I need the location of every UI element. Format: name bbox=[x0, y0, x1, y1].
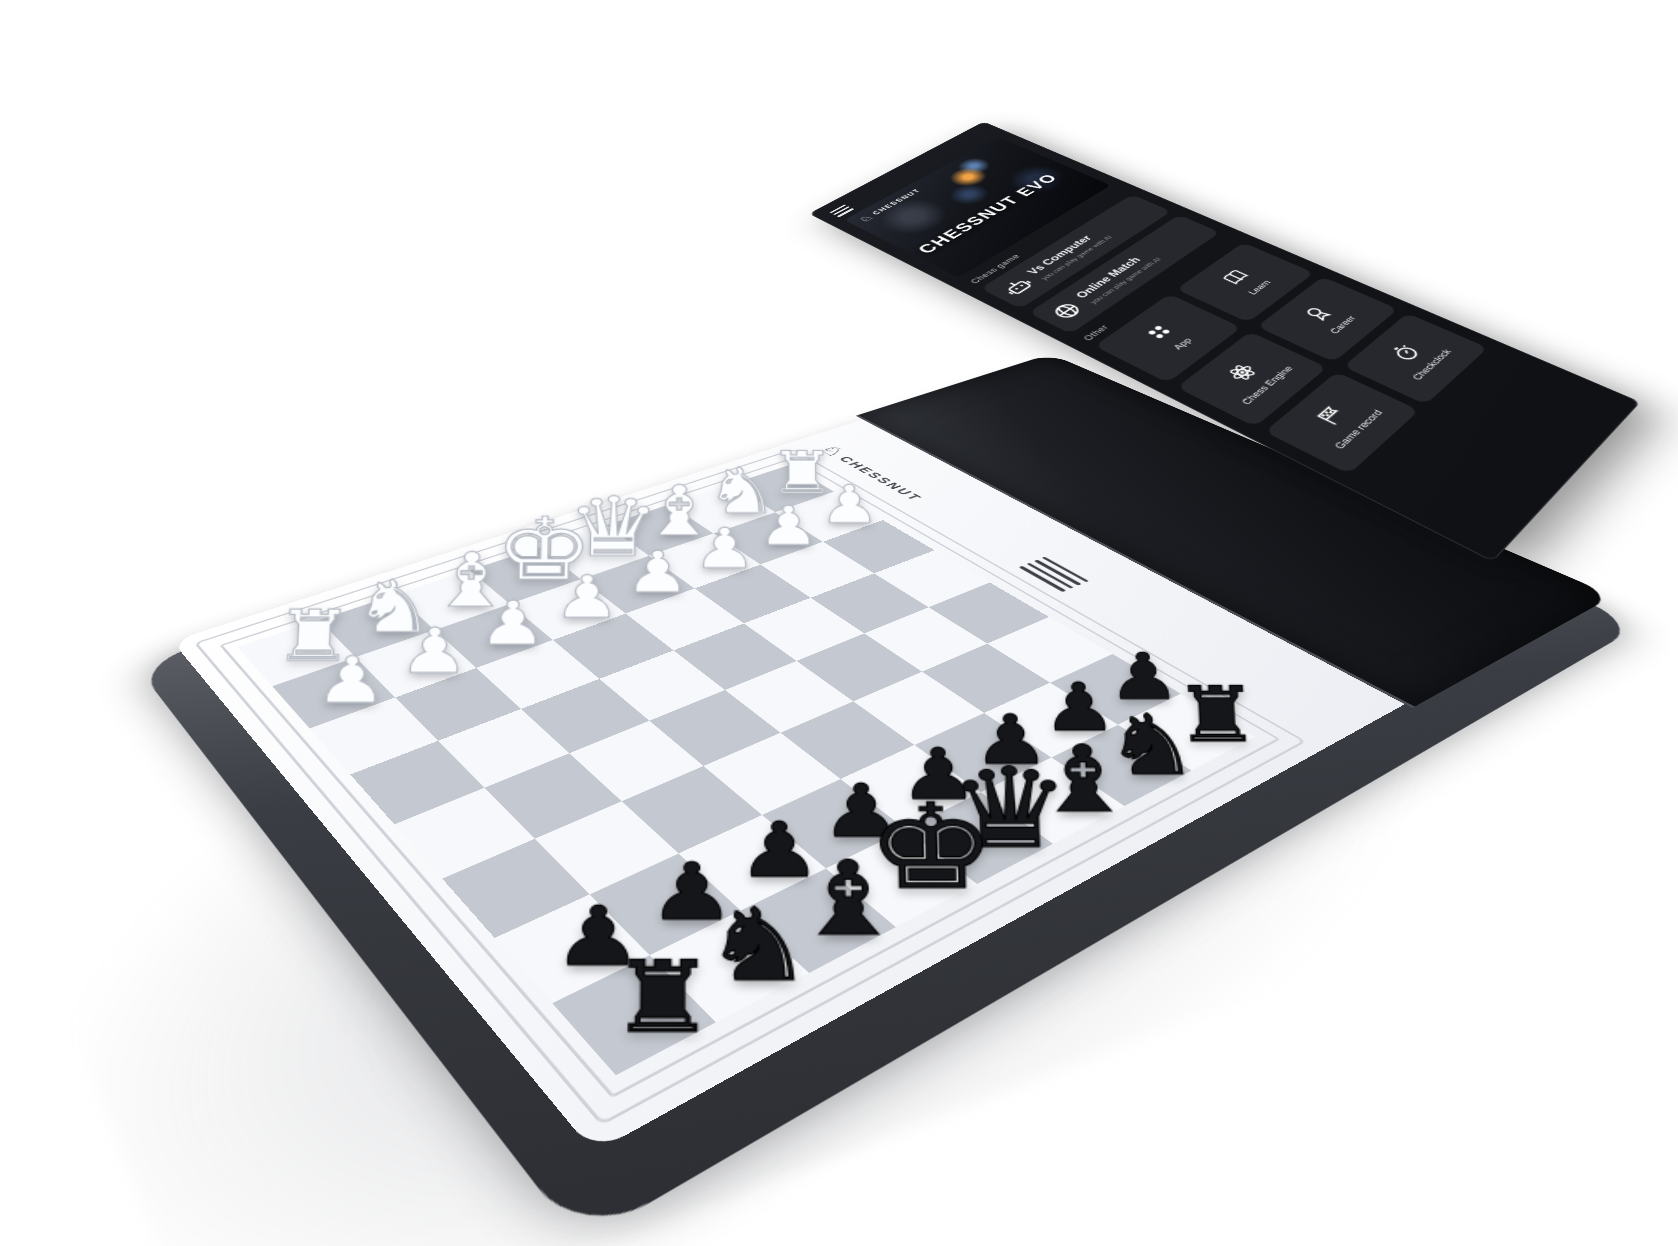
piece-white-pawn: ♟ bbox=[758, 501, 820, 551]
square-h5 bbox=[394, 788, 535, 879]
piece-white-pawn: ♟ bbox=[819, 480, 880, 528]
award-icon bbox=[1299, 303, 1336, 325]
robot-icon bbox=[998, 275, 1038, 298]
tile-label: App bbox=[1170, 336, 1194, 351]
piece-white-pawn: ♟ bbox=[314, 651, 389, 710]
stopwatch-icon bbox=[1386, 341, 1424, 364]
app-logo-text: CHESSNUT bbox=[871, 188, 923, 216]
knight-logo-icon: ♘ bbox=[856, 213, 876, 223]
piece-white-pawn: ♟ bbox=[398, 623, 470, 680]
atom-icon bbox=[1222, 361, 1261, 385]
globe-icon bbox=[1047, 299, 1088, 323]
piece-black-rook: ♜ bbox=[609, 953, 717, 1044]
app-grid-icon bbox=[1140, 321, 1178, 344]
piece-black-knight: ♞ bbox=[704, 900, 815, 993]
piece-white-pawn: ♟ bbox=[693, 523, 757, 574]
tile-label: Career bbox=[1327, 314, 1358, 335]
speaker-grille bbox=[1019, 557, 1089, 592]
tile-label: Learn bbox=[1245, 279, 1273, 296]
piece-white-pawn: ♟ bbox=[625, 546, 690, 599]
piece-white-pawn: ♟ bbox=[478, 596, 548, 652]
checkered-flag-icon bbox=[1311, 403, 1352, 429]
piece-white-pawn: ♟ bbox=[554, 570, 622, 624]
book-icon bbox=[1218, 267, 1254, 287]
